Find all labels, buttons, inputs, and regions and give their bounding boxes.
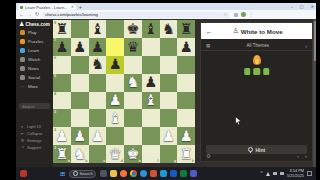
- square-c7[interactable]: ♟: [89, 38, 107, 56]
- sidebar-item-more[interactable]: ⋯More: [16, 82, 53, 91]
- url-text: chess.com/puzzles/learning: [45, 12, 223, 17]
- notepad-icon[interactable]: [100, 170, 107, 177]
- piece-white-rook-h1[interactable]: ♜: [180, 147, 193, 162]
- piece-white-knight-e5[interactable]: ♞: [126, 75, 139, 90]
- chesscom-logo[interactable]: ♟ Chess.com: [16, 19, 53, 28]
- chesscom-favicon-icon: [20, 6, 23, 9]
- square-h1[interactable]: h♜: [177, 145, 195, 163]
- chesscom-sidebar: ♟ Chess.com PlayPuzzlesLearnWatchNewsSoc…: [16, 19, 53, 167]
- panel-header: ← ♙ White to Move: [201, 23, 312, 39]
- edge-icon[interactable]: [140, 170, 147, 177]
- streak-flame-icon: [253, 55, 261, 65]
- square-b7[interactable]: ♟: [71, 38, 89, 56]
- square-d1[interactable]: d♛: [106, 145, 124, 163]
- file-label: c: [103, 159, 105, 163]
- news-icon: [20, 66, 25, 71]
- square-e1[interactable]: e♚: [124, 145, 142, 163]
- themes-label: All Themes: [210, 43, 305, 48]
- social-icon: [20, 75, 25, 80]
- outlook-icon[interactable]: [160, 170, 167, 177]
- powerpoint-icon[interactable]: [150, 170, 157, 177]
- piece-black-pawn-b7[interactable]: ♟: [73, 40, 86, 55]
- play-icon: [20, 30, 25, 35]
- piece-black-pawn-h7[interactable]: ♟: [180, 40, 193, 55]
- rank-label: 1: [54, 146, 56, 150]
- support-icon: ?: [20, 145, 25, 150]
- piece-black-queen-e7[interactable]: ♛: [126, 40, 139, 55]
- notification-icon[interactable]: [307, 171, 312, 176]
- square-f3[interactable]: [142, 109, 160, 127]
- square-g3[interactable]: [160, 109, 178, 127]
- footer-item-label: Light UI: [27, 124, 41, 129]
- logo-text: Chess.com: [25, 22, 50, 27]
- square-e2[interactable]: [124, 127, 142, 145]
- taskbar-search[interactable]: Search: [69, 170, 96, 178]
- square-c8[interactable]: ♝: [89, 20, 107, 38]
- word-icon[interactable]: [170, 170, 177, 177]
- settings-icon: ⚙: [20, 138, 25, 143]
- square-a7[interactable]: 7♟: [53, 38, 71, 56]
- streak-square: [263, 68, 270, 75]
- taskbar-app-icons: [100, 170, 197, 177]
- square-g5[interactable]: [160, 74, 178, 92]
- sidebar-footer-settings[interactable]: ⚙Settings: [16, 137, 53, 144]
- file-label: g: [174, 159, 176, 163]
- square-d7[interactable]: [106, 38, 124, 56]
- square-c2[interactable]: ♟: [89, 127, 107, 145]
- system-tray: ^ 3:54 PM 5/21/2025: [261, 168, 312, 179]
- square-c6[interactable]: ♞: [89, 56, 107, 74]
- sidebar-search-input[interactable]: Search: [19, 103, 50, 109]
- back-arrow-icon[interactable]: ←: [206, 28, 213, 35]
- sidebar-item-label: Learn: [28, 48, 39, 53]
- square-a5[interactable]: 5: [53, 74, 71, 92]
- more-icon: ⋯: [20, 84, 25, 89]
- piece-white-knight-b1[interactable]: ♞: [73, 147, 86, 162]
- sidebar-items: PlayPuzzlesLearnWatchNewsSocial⋯More: [16, 28, 53, 91]
- taskbar-clock[interactable]: 3:54 PM 5/21/2025: [287, 169, 304, 178]
- search-icon: [73, 171, 78, 176]
- rank-label: 8: [54, 21, 56, 25]
- sidebar-footer-collapse[interactable]: ⇤Collapse: [16, 130, 53, 137]
- sidebar-footer-support[interactable]: ?Support: [16, 144, 53, 151]
- square-a1[interactable]: 1a♜: [53, 145, 71, 163]
- battery-icon[interactable]: [280, 172, 284, 175]
- footer-item-label: Support: [27, 145, 41, 150]
- square-g6[interactable]: [160, 56, 178, 74]
- square-h6[interactable]: [177, 56, 195, 74]
- sidebar-item-label: More: [28, 84, 38, 89]
- square-b1[interactable]: b♞: [71, 145, 89, 163]
- sidebar-item-play[interactable]: Play: [16, 28, 53, 37]
- rank-label: 5: [54, 74, 56, 78]
- sidebar-item-news[interactable]: News: [16, 64, 53, 73]
- windows-taskbar: ⊞ Search ^ 3:54 PM 5/21/2025: [16, 167, 316, 180]
- piece-white-pawn-g2[interactable]: ♟: [162, 129, 175, 144]
- square-f5[interactable]: ♟: [142, 74, 160, 92]
- piece-black-pawn-f5[interactable]: ♟: [144, 75, 157, 90]
- piece-black-knight-g8[interactable]: ♞: [162, 22, 175, 37]
- tab-close-icon[interactable]: ✕: [71, 5, 74, 9]
- streak-square: [253, 68, 260, 75]
- square-h4[interactable]: [177, 92, 195, 110]
- address-bar[interactable]: chess.com/puzzles/learning ☆: [42, 12, 230, 18]
- prev-move-icon[interactable]: ‹: [297, 152, 299, 160]
- browser-menu-icon[interactable]: ⋮: [249, 12, 254, 17]
- square-c3[interactable]: [89, 109, 107, 127]
- settings-gear-icon[interactable]: ⚙: [206, 153, 211, 159]
- search-placeholder: Search: [22, 104, 35, 109]
- app-icon-red[interactable]: [20, 170, 27, 177]
- piece-black-bishop-f8[interactable]: ♝: [144, 22, 157, 37]
- teams-icon[interactable]: [190, 170, 197, 177]
- piece-white-pawn-a2[interactable]: ♟: [55, 129, 68, 144]
- square-f1[interactable]: f: [142, 145, 160, 163]
- piece-black-pawn-c7[interactable]: ♟: [91, 40, 104, 55]
- puzzles-icon: [20, 39, 25, 44]
- tab-title: Learn Puzzles - Learn...: [25, 5, 70, 10]
- learn-icon: [20, 48, 25, 53]
- next-move-icon[interactable]: ›: [305, 152, 307, 160]
- volume-icon[interactable]: [273, 172, 277, 175]
- square-b5[interactable]: [71, 74, 89, 92]
- bookmark-star-icon[interactable]: ☆: [224, 12, 228, 17]
- piece-black-bishop-c8[interactable]: ♝: [91, 22, 104, 37]
- white-pawn-icon: ♙: [232, 27, 238, 35]
- square-h5[interactable]: [177, 74, 195, 92]
- collapse-icon: ⇤: [20, 131, 25, 136]
- piece-white-bishop-f4[interactable]: ♝: [144, 93, 157, 108]
- sidebar-item-watch[interactable]: Watch: [16, 55, 53, 64]
- scrollbar-thumb[interactable]: [314, 21, 316, 61]
- square-f7[interactable]: [142, 38, 160, 56]
- chevron-right-icon: ›: [305, 43, 307, 49]
- square-c5[interactable]: [89, 74, 107, 92]
- square-a6[interactable]: 6: [53, 56, 71, 74]
- sidebar-item-label: News: [28, 66, 39, 71]
- square-g4[interactable]: [160, 92, 178, 110]
- square-f8[interactable]: ♝: [142, 20, 160, 38]
- back-icon[interactable]: ←: [19, 10, 24, 19]
- square-e8[interactable]: ♚: [124, 20, 142, 38]
- square-h8[interactable]: ♜: [177, 20, 195, 38]
- clock-date: 5/21/2025: [287, 174, 304, 179]
- piece-white-pawn-b2[interactable]: ♟: [73, 129, 86, 144]
- square-f2[interactable]: [142, 127, 160, 145]
- piece-white-queen-d1[interactable]: ♛: [109, 147, 122, 162]
- piece-white-pawn-d4[interactable]: ♟: [109, 93, 122, 108]
- minimize-button[interactable]: –: [291, 4, 293, 9]
- sidebar-item-social[interactable]: Social: [16, 73, 53, 82]
- square-f6[interactable]: [142, 56, 160, 74]
- chess-board[interactable]: 8♜♝♚♝♞♜7♟♟♟♛♟6♞♟5♞♟4♟♝3♝2♟♟♟♟♟1a♜b♞cd♛e♚…: [53, 20, 195, 163]
- square-d3[interactable]: ♝: [106, 109, 124, 127]
- sidebar-item-label: Play: [28, 30, 37, 35]
- square-a2[interactable]: 2♟: [53, 127, 71, 145]
- watch-icon: [20, 57, 25, 62]
- square-g2[interactable]: ♟: [160, 127, 178, 145]
- refresh-icon[interactable]: ↻: [35, 10, 39, 19]
- square-e4[interactable]: [124, 92, 142, 110]
- wifi-icon[interactable]: [266, 172, 270, 176]
- piece-white-king-e1[interactable]: ♚: [126, 147, 139, 162]
- close-button[interactable]: ✕: [311, 4, 314, 9]
- square-a3[interactable]: 3: [53, 109, 71, 127]
- piece-black-pawn-d6[interactable]: ♟: [109, 57, 122, 72]
- piece-white-pawn-c2[interactable]: ♟: [91, 129, 104, 144]
- sidebar-item-label: Puzzles: [28, 39, 43, 44]
- side-to-move-title: White to Move: [241, 28, 283, 35]
- hidden-icons-chevron[interactable]: ^: [261, 171, 263, 176]
- footer-item-label: Collapse: [27, 131, 43, 136]
- square-e3[interactable]: [124, 109, 142, 127]
- piece-white-bishop-d3[interactable]: ♝: [109, 111, 122, 126]
- profile-avatar[interactable]: [241, 12, 246, 17]
- file-label: d: [121, 159, 123, 163]
- square-b8[interactable]: [71, 20, 89, 38]
- square-a4[interactable]: 4: [53, 92, 71, 110]
- firefox-icon[interactable]: [120, 170, 127, 177]
- square-h7[interactable]: ♟: [177, 38, 195, 56]
- page-content: ♟ Chess.com PlayPuzzlesLearnWatchNewsSoc…: [16, 19, 316, 167]
- maximize-button[interactable]: ▢: [300, 4, 304, 9]
- square-a8[interactable]: 8♜: [53, 20, 71, 38]
- square-f4[interactable]: ♝: [142, 92, 160, 110]
- streak-squares: [244, 68, 270, 75]
- square-d6[interactable]: ♟: [106, 56, 124, 74]
- page-scrollbar[interactable]: [313, 19, 316, 167]
- square-d5[interactable]: [106, 74, 124, 92]
- chrome-icon[interactable]: [130, 170, 137, 177]
- piece-black-rook-h8[interactable]: ♜: [180, 22, 193, 37]
- rank-label: 6: [54, 56, 56, 60]
- square-b6[interactable]: [71, 56, 89, 74]
- file-label: a: [68, 159, 70, 163]
- piece-black-pawn-a7[interactable]: ♟: [55, 40, 68, 55]
- square-b4[interactable]: [71, 92, 89, 110]
- sidebar-footer-light-ui[interactable]: ◐Light UI: [16, 123, 53, 130]
- square-h2[interactable]: ♟: [177, 127, 195, 145]
- piece-black-knight-c6[interactable]: ♞: [91, 57, 104, 72]
- sidebar-item-learn[interactable]: Learn: [16, 46, 53, 55]
- file-label: h: [192, 159, 194, 163]
- panel-footer: ⚙ ‹ ›: [201, 152, 312, 160]
- folder-icon[interactable]: [110, 170, 117, 177]
- rank-label: 2: [54, 128, 56, 132]
- square-c4[interactable]: [89, 92, 107, 110]
- sidebar-footer: ◐Light UI⇤Collapse⚙Settings?Support: [16, 123, 53, 151]
- excel-icon[interactable]: [180, 170, 187, 177]
- sidebar-item-label: Social: [28, 75, 40, 80]
- sidebar-item-puzzles[interactable]: Puzzles: [16, 37, 53, 46]
- square-e7[interactable]: ♛: [124, 38, 142, 56]
- mouse-cursor: [235, 112, 242, 130]
- square-c1[interactable]: c: [89, 145, 107, 163]
- forward-icon[interactable]: →: [27, 10, 32, 19]
- streak-square: [244, 68, 251, 75]
- file-label: f: [157, 159, 158, 163]
- file-label: e: [139, 159, 141, 163]
- piece-black-king-e8[interactable]: ♚: [126, 22, 139, 37]
- square-d4[interactable]: ♟: [106, 92, 124, 110]
- extensions-icon[interactable]: [234, 13, 238, 17]
- light-ui-icon: ◐: [20, 124, 25, 129]
- square-g8[interactable]: ♞: [160, 20, 178, 38]
- taskbar-search-label: Search: [80, 171, 93, 176]
- square-g1[interactable]: g: [160, 145, 178, 163]
- rank-label: 7: [54, 38, 56, 42]
- logo-pawn-icon: ♟: [19, 21, 24, 27]
- rank-label: 3: [54, 110, 56, 114]
- rank-label: 4: [54, 92, 56, 96]
- square-b3[interactable]: [71, 109, 89, 127]
- square-e5[interactable]: ♞: [124, 74, 142, 92]
- sidebar-item-label: Watch: [28, 57, 40, 62]
- piece-white-rook-a1[interactable]: ♜: [55, 147, 68, 162]
- browser-tab-strip: Learn Puzzles - Learn... ✕ + – ▢ ✕: [16, 3, 316, 10]
- square-h3[interactable]: [177, 109, 195, 127]
- square-b2[interactable]: ♟: [71, 127, 89, 145]
- square-g7[interactable]: [160, 38, 178, 56]
- start-button[interactable]: ⊞: [60, 170, 65, 177]
- square-d8[interactable]: [106, 20, 124, 38]
- piece-white-pawn-h2[interactable]: ♟: [180, 129, 193, 144]
- square-e6[interactable]: [124, 56, 142, 74]
- themes-selector[interactable]: ▦ All Themes ›: [201, 41, 312, 51]
- puzzle-panel: ← ♙ White to Move ▦ All Themes › Hint ⚙: [200, 22, 313, 162]
- square-d2[interactable]: [106, 127, 124, 145]
- desktop: Learn Puzzles - Learn... ✕ + – ▢ ✕ ← → ↻…: [16, 3, 316, 180]
- piece-black-rook-a8[interactable]: ♜: [55, 22, 68, 37]
- file-label: b: [85, 159, 87, 163]
- footer-item-label: Settings: [27, 138, 41, 143]
